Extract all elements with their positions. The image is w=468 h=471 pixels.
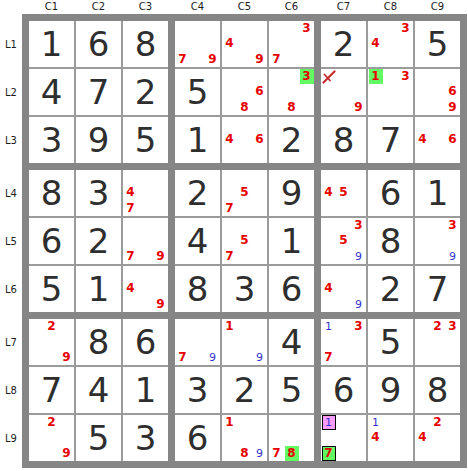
candidate-4[interactable]: 4 [222, 36, 237, 51]
sudoku-app: C1 C2 C3 C4 C5 C6 C7 C8 C9 L1 L2 L3 L4 L… [0, 0, 468, 468]
column-header-c7: C7 [321, 1, 366, 14]
candidate-9[interactable]: 9 [252, 446, 267, 461]
row-header-l1: L1 [0, 21, 22, 67]
candidate-1[interactable]: 1 [368, 415, 383, 430]
candidate-6[interactable]: 6 [252, 132, 267, 147]
candidate-7[interactable]: 7 [269, 446, 284, 461]
cell-value: 2 [368, 266, 413, 312]
cell-value: 6 [76, 21, 121, 67]
cell-L7C3[interactable]: 6 [123, 319, 168, 365]
cell-L3C3[interactable]: 5 [123, 117, 168, 163]
cell-value: 3 [222, 266, 267, 312]
cell-value: 1 [123, 367, 168, 413]
candidate-4[interactable]: 4 [415, 132, 430, 147]
cell-value: 8 [123, 21, 168, 67]
candidate-2[interactable]: 2 [44, 415, 59, 430]
candidate-9[interactable]: 9 [205, 350, 220, 365]
candidate-1[interactable]: 1 [321, 319, 336, 334]
box-1: 168472395 [29, 21, 168, 163]
cell-L3C6[interactable]: 2 [269, 117, 314, 163]
cell-L2C2[interactable]: 7 [76, 69, 121, 115]
cell-L3C2[interactable]: 9 [76, 117, 121, 163]
cell-value: 6 [269, 266, 314, 312]
candidate-6[interactable]: 6 [252, 84, 267, 99]
candidates: 49 [123, 266, 168, 312]
candidate-5[interactable]: 5 [237, 233, 252, 248]
candidates: 57 [222, 218, 267, 264]
candidates: 17 [321, 415, 366, 461]
candidates: 29 [29, 319, 74, 365]
column-header-c3: C3 [123, 1, 168, 14]
candidate-1[interactable]: 1 [222, 319, 237, 334]
candidate-4[interactable]: 4 [321, 281, 336, 296]
candidate-7[interactable]: 7 [222, 249, 237, 264]
candidate-9[interactable]: 9 [59, 446, 74, 461]
cell-L6C5[interactable]: 3 [222, 266, 267, 312]
cell-L1C7[interactable]: 2 [321, 21, 366, 67]
candidates: 9 [321, 69, 366, 115]
candidates: 359 [321, 218, 366, 264]
cell-value: 3 [29, 117, 74, 163]
cell-L3C8[interactable]: 7 [368, 117, 413, 163]
cell-value: 6 [29, 218, 74, 264]
candidates: 29 [29, 415, 74, 461]
candidate-4[interactable]: 4 [415, 430, 430, 445]
cell-L1C5[interactable]: 49 [222, 21, 267, 67]
cell-L6C6[interactable]: 6 [269, 266, 314, 312]
candidate-7[interactable]: 7 [123, 201, 138, 216]
candidates: 68 [222, 69, 267, 115]
cell-L9C2[interactable]: 5 [76, 415, 121, 461]
candidate-7[interactable]: 7 [175, 52, 190, 67]
row-header-l5: L5 [0, 218, 22, 264]
cell-value: 7 [76, 69, 121, 115]
candidates: 49 [222, 21, 267, 67]
cell-L6C7[interactable]: 49 [321, 266, 366, 312]
cell-value: 8 [368, 218, 413, 264]
cell-L7C4[interactable]: 79 [175, 319, 220, 365]
cell-L2C3[interactable]: 2 [123, 69, 168, 115]
candidate-4[interactable]: 4 [123, 281, 138, 296]
cell-L8C7[interactable]: 6 [321, 367, 366, 413]
candidate-9[interactable]: 9 [445, 100, 460, 115]
candidates: 39 [415, 218, 460, 264]
cell-value: 1 [269, 218, 314, 264]
row-header-l8: L8 [0, 367, 22, 413]
candidate-9[interactable]: 9 [351, 249, 366, 264]
column-headers: C1 C2 C3 C4 C5 C6 C7 C8 C9 [22, 0, 467, 14]
cell-value: 8 [321, 117, 366, 163]
row-header-l7: L7 [0, 319, 22, 365]
cell-L5C8[interactable]: 8 [368, 218, 413, 264]
cell-L4C1[interactable]: 8 [29, 170, 74, 216]
box-9: 137523698171424 [321, 319, 460, 461]
candidates: 79 [175, 21, 220, 67]
row-header-group-2: L4 L5 L6 [0, 170, 22, 312]
candidate-8[interactable]: 8 [284, 446, 299, 461]
cell-value: 1 [415, 170, 460, 216]
candidate-9[interactable]: 9 [351, 100, 366, 115]
candidate-3[interactable]: 3 [299, 69, 314, 84]
candidate-7[interactable]: 7 [321, 446, 336, 461]
candidates: 37 [269, 21, 314, 67]
candidate-9[interactable]: 9 [351, 297, 366, 312]
cell-L4C4[interactable]: 2 [175, 170, 220, 216]
cell-L7C6[interactable]: 4 [269, 319, 314, 365]
candidate-8[interactable]: 8 [237, 100, 252, 115]
cell-value: 4 [175, 218, 220, 264]
cell-value: 5 [123, 117, 168, 163]
candidate-5[interactable]: 5 [336, 233, 351, 248]
cell-L5C9[interactable]: 39 [415, 218, 460, 264]
cell-value: 6 [175, 415, 220, 461]
cell-L2C4[interactable]: 5 [175, 69, 220, 115]
cell-L2C9[interactable]: 69 [415, 69, 460, 115]
cell-L2C8[interactable]: 13 [368, 69, 413, 115]
cell-value: 5 [29, 266, 74, 312]
cell-L6C2[interactable]: 1 [76, 266, 121, 312]
candidates: 46 [222, 117, 267, 163]
candidate-2[interactable]: 2 [44, 319, 59, 334]
candidate-7[interactable]: 7 [123, 249, 138, 264]
candidate-5[interactable]: 5 [336, 185, 351, 200]
candidates: 19 [222, 319, 267, 365]
candidate-5[interactable]: 5 [237, 185, 252, 200]
cell-L8C3[interactable]: 1 [123, 367, 168, 413]
cell-L5C7[interactable]: 359 [321, 218, 366, 264]
column-header-c9: C9 [415, 1, 460, 14]
candidates: 57 [222, 170, 267, 216]
cell-L9C6[interactable]: 78 [269, 415, 314, 461]
cell-L5C2[interactable]: 2 [76, 218, 121, 264]
cell-value: 6 [123, 319, 168, 365]
candidate-2[interactable]: 2 [430, 319, 445, 334]
cell-L7C8[interactable]: 5 [368, 319, 413, 365]
box-6: 45613598394927 [321, 170, 460, 312]
cell-value: 8 [29, 170, 74, 216]
candidate-4[interactable]: 4 [222, 132, 237, 147]
box-4: 834762795149 [29, 170, 168, 312]
candidate-1[interactable]: 1 [222, 415, 237, 430]
elimination-slash-icon [321, 69, 336, 84]
cell-L6C8[interactable]: 2 [368, 266, 413, 312]
candidates: 69 [415, 69, 460, 115]
cell-value: 4 [76, 367, 121, 413]
candidate-6[interactable]: 6 [445, 84, 460, 99]
cell-L8C2[interactable]: 4 [76, 367, 121, 413]
column-header-c2: C2 [76, 1, 121, 14]
cell-value: 9 [269, 170, 314, 216]
cell-L8C8[interactable]: 9 [368, 367, 413, 413]
row-header-l9: L9 [0, 415, 22, 461]
cell-L3C9[interactable]: 46 [415, 117, 460, 163]
cell-value: 6 [368, 170, 413, 216]
row-header-l4: L4 [0, 170, 22, 216]
cell-L4C3[interactable]: 47 [123, 170, 168, 216]
candidates: 47 [123, 170, 168, 216]
candidates: 34 [368, 21, 413, 67]
candidate-9[interactable]: 9 [205, 52, 220, 67]
candidates: 38 [269, 69, 314, 115]
cell-L7C1[interactable]: 29 [29, 319, 74, 365]
column-header-c8: C8 [368, 1, 413, 14]
candidate-7[interactable]: 7 [175, 350, 190, 365]
candidate-3[interactable]: 3 [351, 319, 366, 334]
cell-value: 3 [175, 367, 220, 413]
box-5: 25794571836 [175, 170, 314, 312]
cell-value: 9 [368, 367, 413, 413]
column-header-c4: C4 [175, 1, 220, 14]
box-3: 2345913698746 [321, 21, 460, 163]
cell-L8C9[interactable]: 8 [415, 367, 460, 413]
candidate-9[interactable]: 9 [252, 350, 267, 365]
cell-L5C5[interactable]: 57 [222, 218, 267, 264]
cell-value: 5 [368, 319, 413, 365]
cell-L8C1[interactable]: 7 [29, 367, 74, 413]
cell-L1C8[interactable]: 34 [368, 21, 413, 67]
column-header-group-2: C4 C5 C6 [175, 1, 314, 14]
candidate-2[interactable]: 2 [430, 415, 445, 430]
row-header-group-3: L7 L8 L9 [0, 319, 22, 461]
cell-L8C5[interactable]: 2 [222, 367, 267, 413]
cell-value: 8 [175, 266, 220, 312]
cell-L6C3[interactable]: 49 [123, 266, 168, 312]
candidate-4[interactable]: 4 [123, 185, 138, 200]
cell-L6C1[interactable]: 5 [29, 266, 74, 312]
cell-L1C9[interactable]: 5 [415, 21, 460, 67]
candidate-6[interactable]: 6 [445, 132, 460, 147]
cell-L4C5[interactable]: 57 [222, 170, 267, 216]
candidate-7[interactable]: 7 [222, 201, 237, 216]
cell-value: 1 [175, 117, 220, 163]
cell-L8C6[interactable]: 5 [269, 367, 314, 413]
candidate-4[interactable]: 4 [321, 185, 336, 200]
cell-value: 2 [76, 218, 121, 264]
candidate-9[interactable]: 9 [153, 297, 168, 312]
candidate-1[interactable]: 1 [321, 415, 336, 430]
cell-L7C2[interactable]: 8 [76, 319, 121, 365]
cell-L9C9[interactable]: 24 [415, 415, 460, 461]
row-header-l6: L6 [0, 266, 22, 312]
candidate-3[interactable]: 3 [398, 69, 413, 84]
cell-value: 4 [269, 319, 314, 365]
candidate-1[interactable]: 1 [368, 69, 383, 84]
column-header-c6: C6 [269, 1, 314, 14]
cell-value: 8 [415, 367, 460, 413]
cell-L2C6[interactable]: 38 [269, 69, 314, 115]
box-7: 29867412953 [29, 319, 168, 461]
cell-value: 1 [76, 266, 121, 312]
cell-value: 2 [321, 21, 366, 67]
candidates: 24 [415, 415, 460, 461]
candidates: 13 [368, 69, 413, 115]
cell-L5C3[interactable]: 79 [123, 218, 168, 264]
cell-L1C4[interactable]: 79 [175, 21, 220, 67]
cell-value: 5 [76, 415, 121, 461]
cell-L3C4[interactable]: 1 [175, 117, 220, 163]
candidates: 79 [123, 218, 168, 264]
cell-value: 1 [29, 21, 74, 67]
candidate-3[interactable]: 3 [445, 218, 460, 233]
cell-value: 4 [29, 69, 74, 115]
candidate-9[interactable]: 9 [445, 249, 460, 264]
cell-L3C5[interactable]: 46 [222, 117, 267, 163]
cell-value: 6 [321, 367, 366, 413]
cell-value: 5 [269, 367, 314, 413]
cell-value: 2 [123, 69, 168, 115]
cell-L6C9[interactable]: 7 [415, 266, 460, 312]
row-header-l2: L2 [0, 69, 22, 115]
row-header-group-1: L1 L2 L3 [0, 21, 22, 163]
cell-L4C6[interactable]: 9 [269, 170, 314, 216]
cell-value: 7 [368, 117, 413, 163]
cell-L6C4[interactable]: 8 [175, 266, 220, 312]
cell-L5C4[interactable]: 4 [175, 218, 220, 264]
cell-L9C3[interactable]: 3 [123, 415, 168, 461]
cell-L9C5[interactable]: 189 [222, 415, 267, 461]
cell-L7C9[interactable]: 23 [415, 319, 460, 365]
cell-L7C5[interactable]: 19 [222, 319, 267, 365]
cell-L1C6[interactable]: 37 [269, 21, 314, 67]
cell-value: 2 [269, 117, 314, 163]
cell-L1C3[interactable]: 8 [123, 21, 168, 67]
row-header-l3: L3 [0, 117, 22, 163]
candidate-3[interactable]: 3 [299, 21, 314, 36]
candidate-7[interactable]: 7 [269, 52, 284, 67]
sudoku-board: 1684723957949375683814622345913698746834… [22, 14, 467, 468]
candidates: 14 [368, 415, 413, 461]
candidate-7[interactable]: 7 [321, 350, 336, 365]
cell-L1C2[interactable]: 6 [76, 21, 121, 67]
cell-L4C8[interactable]: 6 [368, 170, 413, 216]
cell-L3C1[interactable]: 3 [29, 117, 74, 163]
cell-L4C9[interactable]: 1 [415, 170, 460, 216]
candidate-3[interactable]: 3 [351, 218, 366, 233]
candidate-8[interactable]: 8 [284, 100, 299, 115]
candidates: 137 [321, 319, 366, 365]
cell-L8C4[interactable]: 3 [175, 367, 220, 413]
candidates: 189 [222, 415, 267, 461]
candidates: 79 [175, 319, 220, 365]
cell-value: 5 [415, 21, 460, 67]
cell-L9C1[interactable]: 29 [29, 415, 74, 461]
candidate-8[interactable]: 8 [237, 446, 252, 461]
candidate-9[interactable]: 9 [59, 350, 74, 365]
candidates: 46 [415, 117, 460, 163]
cell-value: 5 [175, 69, 220, 115]
cell-value: 3 [76, 170, 121, 216]
candidates: 23 [415, 319, 460, 365]
cell-L9C7[interactable]: 17 [321, 415, 366, 461]
box-2: 794937568381462 [175, 21, 314, 163]
column-header-c1: C1 [29, 1, 74, 14]
cell-value: 7 [415, 266, 460, 312]
candidates: 45 [321, 170, 366, 216]
cell-L9C4[interactable]: 6 [175, 415, 220, 461]
cell-L2C7[interactable]: 9 [321, 69, 366, 115]
candidate-9[interactable]: 9 [252, 52, 267, 67]
cell-L1C1[interactable]: 1 [29, 21, 74, 67]
column-header-group-1: C1 C2 C3 [29, 1, 168, 14]
cell-value: 8 [76, 319, 121, 365]
cell-value: 2 [175, 170, 220, 216]
candidate-4[interactable]: 4 [368, 36, 383, 51]
candidate-3[interactable]: 3 [398, 21, 413, 36]
cell-L3C7[interactable]: 8 [321, 117, 366, 163]
cell-value: 9 [76, 117, 121, 163]
column-header-group-3: C7 C8 C9 [321, 1, 460, 14]
cell-L2C1[interactable]: 4 [29, 69, 74, 115]
cell-L4C7[interactable]: 45 [321, 170, 366, 216]
cell-L5C1[interactable]: 6 [29, 218, 74, 264]
row-headers: L1 L2 L3 L4 L5 L6 L7 L8 L9 [0, 14, 22, 468]
candidates: 78 [269, 415, 314, 461]
cell-value: 7 [29, 367, 74, 413]
box-8: 79194325618978 [175, 319, 314, 461]
cell-L2C5[interactable]: 68 [222, 69, 267, 115]
cell-value: 2 [222, 367, 267, 413]
corner-spacer [0, 0, 22, 14]
candidates: 49 [321, 266, 366, 312]
cell-L7C7[interactable]: 137 [321, 319, 366, 365]
cell-L4C2[interactable]: 3 [76, 170, 121, 216]
cell-value: 3 [123, 415, 168, 461]
candidate-4[interactable]: 4 [368, 430, 383, 445]
candidate-9[interactable]: 9 [153, 249, 168, 264]
cell-L9C8[interactable]: 14 [368, 415, 413, 461]
candidate-3[interactable]: 3 [445, 319, 460, 334]
column-header-c5: C5 [222, 1, 267, 14]
cell-L5C6[interactable]: 1 [269, 218, 314, 264]
